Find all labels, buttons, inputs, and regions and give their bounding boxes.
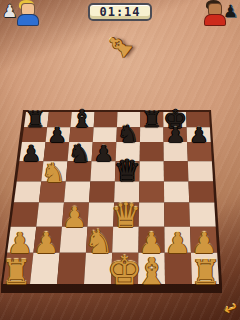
piece-white-rook-h1[interactable]: ♜: [190, 255, 220, 289]
piece-white-queen-e3[interactable]: ♛: [111, 198, 141, 232]
piece-white-bishop-f1[interactable]: ♝: [135, 253, 168, 290]
chess-board: ♜♝♜♚♟♞♟♟♟♞♟♛♞♟♛♟♟♞♟♟♟♜♚♝♜: [0, 0, 240, 320]
chess-app-screen: ♟ 01:14 ♟ ♝ ♜♝♜♚♟♞♟♟♟♞♟♛♞♟♛♟♟♞♟♟♟♜♚♝♜ ↩: [0, 0, 240, 320]
piece-black-knight-c6[interactable]: ♞: [68, 141, 90, 166]
piece-white-rook-a1[interactable]: ♜: [1, 255, 31, 289]
piece-black-queen-e5[interactable]: ♛: [114, 156, 141, 186]
piece-white-pawn-b2[interactable]: ♟: [33, 229, 59, 258]
piece-black-rook-f8[interactable]: ♜: [142, 109, 162, 131]
piece-black-bishop-c8[interactable]: ♝: [71, 108, 93, 132]
piece-black-rook-a8[interactable]: ♜: [25, 109, 45, 131]
piece-black-knight-e7[interactable]: ♞: [117, 122, 139, 146]
piece-white-pawn-g2[interactable]: ♟: [165, 229, 191, 258]
piece-black-pawn-b7[interactable]: ♟: [48, 125, 67, 146]
piece-white-knight-b5[interactable]: ♞: [41, 159, 65, 186]
piece-black-pawn-a6[interactable]: ♟: [21, 144, 41, 166]
piece-black-pawn-h7[interactable]: ♟: [190, 125, 209, 146]
piece-black-pawn-g7[interactable]: ♟: [166, 125, 185, 146]
piece-black-pawn-d6[interactable]: ♟: [94, 144, 114, 166]
